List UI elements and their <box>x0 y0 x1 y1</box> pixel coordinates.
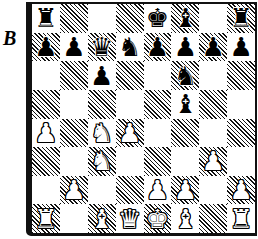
square-b8[interactable] <box>60 4 88 33</box>
square-d2[interactable] <box>116 176 144 205</box>
square-d1[interactable]: ♛ <box>116 204 144 233</box>
square-h4[interactable] <box>227 119 255 148</box>
square-d7[interactable]: ♞ <box>116 33 144 62</box>
square-h3[interactable] <box>227 147 255 176</box>
square-h8[interactable]: ♜ <box>227 4 255 33</box>
piece-bR: ♜ <box>34 5 57 31</box>
piece-bP: ♟ <box>202 34 225 60</box>
square-g3[interactable]: ♟ <box>199 147 227 176</box>
piece-wP: ♟ <box>174 177 197 203</box>
square-a3[interactable] <box>32 147 60 176</box>
square-b1[interactable] <box>60 204 88 233</box>
piece-bP: ♟ <box>90 63 113 89</box>
piece-wP: ♟ <box>118 120 141 146</box>
square-f4[interactable] <box>171 119 199 148</box>
piece-bR: ♜ <box>229 5 252 31</box>
square-c7[interactable]: ♛ <box>88 33 116 62</box>
square-h6[interactable] <box>227 61 255 90</box>
square-a5[interactable] <box>32 90 60 119</box>
square-f7[interactable]: ♟ <box>171 33 199 62</box>
square-f6[interactable]: ♞ <box>171 61 199 90</box>
square-b5[interactable] <box>60 90 88 119</box>
square-f5[interactable]: ♝ <box>171 90 199 119</box>
square-d5[interactable] <box>116 90 144 119</box>
square-e2[interactable]: ♟ <box>144 176 172 205</box>
chess-diagram: B ♜♚♝♜♟♟♛♞♟♟♟♟♟♞♝♟♞♟♞♟♟♟♟♟♜♝♛♚♝♜ <box>0 0 258 239</box>
square-a8[interactable]: ♜ <box>32 4 60 33</box>
piece-bP: ♟ <box>146 34 169 60</box>
side-to-move-label: B <box>3 27 16 50</box>
piece-wQ: ♛ <box>118 206 141 232</box>
square-c5[interactable] <box>88 90 116 119</box>
piece-bB: ♝ <box>174 91 197 117</box>
square-b3[interactable] <box>60 147 88 176</box>
square-e3[interactable] <box>144 147 172 176</box>
square-f2[interactable]: ♟ <box>171 176 199 205</box>
square-e8[interactable]: ♚ <box>144 4 172 33</box>
piece-bP: ♟ <box>174 34 197 60</box>
piece-wN: ♞ <box>90 120 113 146</box>
square-c2[interactable] <box>88 176 116 205</box>
square-a1[interactable]: ♜ <box>32 204 60 233</box>
square-c6[interactable]: ♟ <box>88 61 116 90</box>
square-c4[interactable]: ♞ <box>88 119 116 148</box>
square-g1[interactable] <box>199 204 227 233</box>
piece-wR: ♜ <box>34 206 57 232</box>
square-a7[interactable]: ♟ <box>32 33 60 62</box>
piece-wP: ♟ <box>146 177 169 203</box>
square-g4[interactable] <box>199 119 227 148</box>
square-h7[interactable]: ♟ <box>227 33 255 62</box>
square-c1[interactable]: ♝ <box>88 204 116 233</box>
piece-wK: ♚ <box>146 206 169 232</box>
square-g7[interactable]: ♟ <box>199 33 227 62</box>
square-g6[interactable] <box>199 61 227 90</box>
square-b7[interactable]: ♟ <box>60 33 88 62</box>
piece-bN: ♞ <box>174 63 197 89</box>
square-a6[interactable] <box>32 61 60 90</box>
square-e4[interactable] <box>144 119 172 148</box>
square-e7[interactable]: ♟ <box>144 33 172 62</box>
square-b6[interactable] <box>60 61 88 90</box>
square-f1[interactable]: ♝ <box>171 204 199 233</box>
square-h1[interactable]: ♜ <box>227 204 255 233</box>
square-h5[interactable] <box>227 90 255 119</box>
square-d3[interactable] <box>116 147 144 176</box>
square-g2[interactable] <box>199 176 227 205</box>
square-f3[interactable] <box>171 147 199 176</box>
square-g8[interactable] <box>199 4 227 33</box>
piece-bN: ♞ <box>118 34 141 60</box>
piece-wP: ♟ <box>62 177 85 203</box>
square-g5[interactable] <box>199 90 227 119</box>
square-a4[interactable]: ♟ <box>32 119 60 148</box>
piece-wB: ♝ <box>174 206 197 232</box>
piece-bP: ♟ <box>62 34 85 60</box>
square-e1[interactable]: ♚ <box>144 204 172 233</box>
square-a2[interactable] <box>32 176 60 205</box>
piece-wP: ♟ <box>202 148 225 174</box>
square-b2[interactable]: ♟ <box>60 176 88 205</box>
piece-wP: ♟ <box>229 177 252 203</box>
piece-wR: ♜ <box>229 206 252 232</box>
square-d6[interactable] <box>116 61 144 90</box>
piece-wP: ♟ <box>34 120 57 146</box>
chess-board: ♜♚♝♜♟♟♛♞♟♟♟♟♟♞♝♟♞♟♞♟♟♟♟♟♜♝♛♚♝♜ <box>26 2 257 236</box>
square-d4[interactable]: ♟ <box>116 119 144 148</box>
piece-wB: ♝ <box>90 206 113 232</box>
square-c3[interactable]: ♞ <box>88 147 116 176</box>
square-d8[interactable] <box>116 4 144 33</box>
square-e5[interactable] <box>144 90 172 119</box>
piece-bQ: ♛ <box>90 34 113 60</box>
square-h2[interactable]: ♟ <box>227 176 255 205</box>
piece-bB: ♝ <box>174 5 197 31</box>
square-c8[interactable] <box>88 4 116 33</box>
piece-bP: ♟ <box>229 34 252 60</box>
piece-wN: ♞ <box>90 148 113 174</box>
square-f8[interactable]: ♝ <box>171 4 199 33</box>
piece-bP: ♟ <box>34 34 57 60</box>
square-b4[interactable] <box>60 119 88 148</box>
square-e6[interactable] <box>144 61 172 90</box>
piece-bK: ♚ <box>146 5 169 31</box>
